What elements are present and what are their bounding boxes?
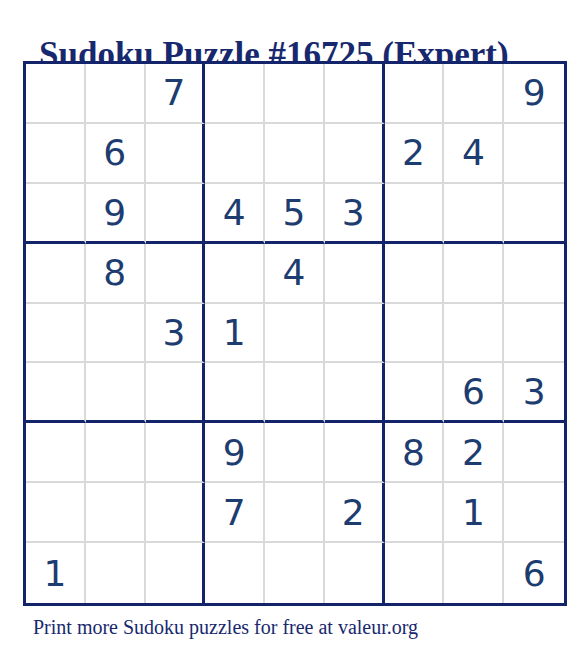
cell-r1c8 xyxy=(444,64,504,124)
cell-r6c7 xyxy=(385,363,445,423)
cell-r1c1 xyxy=(26,64,86,124)
cell-r1c4 xyxy=(205,64,265,124)
cell-r4c8 xyxy=(444,244,504,304)
footer-note: Print more Sudoku puzzles for free at va… xyxy=(33,614,418,640)
cell-r9c2 xyxy=(86,543,146,603)
cell-r9c6 xyxy=(325,543,385,603)
cell-r1c9: 9 xyxy=(504,64,564,124)
sudoku-board: 79624945384316398272116 xyxy=(23,61,567,606)
cell-r8c6: 2 xyxy=(325,483,385,543)
cell-r2c9 xyxy=(504,124,564,184)
cell-r8c9 xyxy=(504,483,564,543)
cell-r5c9 xyxy=(504,304,564,364)
cell-r5c2 xyxy=(86,304,146,364)
cell-r8c7 xyxy=(385,483,445,543)
cell-r4c3 xyxy=(146,244,206,304)
cell-r6c9: 3 xyxy=(504,363,564,423)
cell-r3c9 xyxy=(504,184,564,244)
cell-r2c2: 6 xyxy=(86,124,146,184)
cell-r3c4: 4 xyxy=(205,184,265,244)
cell-r4c6 xyxy=(325,244,385,304)
cell-r2c1 xyxy=(26,124,86,184)
cell-r7c9 xyxy=(504,423,564,483)
cell-r6c2 xyxy=(86,363,146,423)
cell-r9c7 xyxy=(385,543,445,603)
cell-r7c3 xyxy=(146,423,206,483)
cell-r6c8: 6 xyxy=(444,363,504,423)
cell-r4c5: 4 xyxy=(265,244,325,304)
cell-r7c7: 8 xyxy=(385,423,445,483)
cell-r4c9 xyxy=(504,244,564,304)
cell-r3c5: 5 xyxy=(265,184,325,244)
cell-r9c8 xyxy=(444,543,504,603)
cell-r8c2 xyxy=(86,483,146,543)
cell-r5c4: 1 xyxy=(205,304,265,364)
cell-r3c8 xyxy=(444,184,504,244)
cell-r9c9: 6 xyxy=(504,543,564,603)
cell-r8c8: 1 xyxy=(444,483,504,543)
cell-r3c3 xyxy=(146,184,206,244)
cell-r6c5 xyxy=(265,363,325,423)
cell-r1c2 xyxy=(86,64,146,124)
cell-r9c4 xyxy=(205,543,265,603)
cell-r3c6: 3 xyxy=(325,184,385,244)
cell-r6c4 xyxy=(205,363,265,423)
cell-r7c1 xyxy=(26,423,86,483)
cell-r5c1 xyxy=(26,304,86,364)
cell-r7c8: 2 xyxy=(444,423,504,483)
cell-r3c7 xyxy=(385,184,445,244)
cell-r7c6 xyxy=(325,423,385,483)
cell-r9c1: 1 xyxy=(26,543,86,603)
cell-r8c3 xyxy=(146,483,206,543)
cell-r6c1 xyxy=(26,363,86,423)
cell-r4c2: 8 xyxy=(86,244,146,304)
cell-r2c5 xyxy=(265,124,325,184)
cell-r4c7 xyxy=(385,244,445,304)
cell-r6c3 xyxy=(146,363,206,423)
cell-r5c5 xyxy=(265,304,325,364)
cell-r4c1 xyxy=(26,244,86,304)
cell-r1c7 xyxy=(385,64,445,124)
cell-r2c4 xyxy=(205,124,265,184)
cell-r5c8 xyxy=(444,304,504,364)
cell-r1c6 xyxy=(325,64,385,124)
cell-r5c6 xyxy=(325,304,385,364)
cell-r8c1 xyxy=(26,483,86,543)
cell-r1c5 xyxy=(265,64,325,124)
cell-r2c6 xyxy=(325,124,385,184)
cell-r1c3: 7 xyxy=(146,64,206,124)
cell-r7c2 xyxy=(86,423,146,483)
cell-r6c6 xyxy=(325,363,385,423)
cell-r5c3: 3 xyxy=(146,304,206,364)
cell-r8c5 xyxy=(265,483,325,543)
cell-r2c7: 2 xyxy=(385,124,445,184)
cell-r7c4: 9 xyxy=(205,423,265,483)
cell-r9c5 xyxy=(265,543,325,603)
cell-r3c1 xyxy=(26,184,86,244)
cell-r7c5 xyxy=(265,423,325,483)
cell-r5c7 xyxy=(385,304,445,364)
cell-r2c3 xyxy=(146,124,206,184)
cell-r4c4 xyxy=(205,244,265,304)
cell-r9c3 xyxy=(146,543,206,603)
cell-r8c4: 7 xyxy=(205,483,265,543)
cell-r2c8: 4 xyxy=(444,124,504,184)
cell-r3c2: 9 xyxy=(86,184,146,244)
